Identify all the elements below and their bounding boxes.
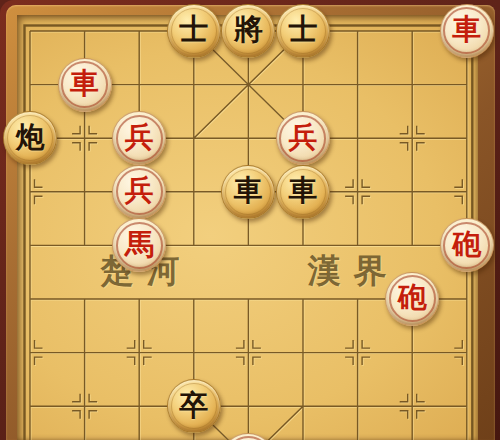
piece-red-general-partial[interactable]: 帥 (221, 433, 275, 440)
red-piece-glyph: 砲 (452, 230, 481, 259)
black-piece-glyph: 士 (288, 15, 317, 44)
red-piece-glyph: 兵 (125, 176, 154, 205)
piece-black-advisor-right[interactable]: 士 (276, 4, 330, 58)
black-piece-glyph: 將 (234, 15, 263, 44)
black-piece-glyph: 士 (179, 15, 208, 44)
black-piece-glyph: 炮 (15, 123, 44, 152)
piece-black-general[interactable]: 將 (221, 4, 275, 58)
red-piece-glyph: 兵 (125, 123, 154, 152)
piece-red-cannon-1[interactable]: 砲 (440, 218, 494, 272)
red-piece-glyph: 兵 (288, 123, 317, 152)
red-piece-glyph: 車 (452, 15, 481, 44)
black-piece-glyph: 車 (288, 176, 317, 205)
piece-red-chariot-1[interactable]: 車 (440, 4, 494, 58)
black-piece-glyph: 卒 (179, 391, 208, 420)
piece-red-cannon-2[interactable]: 砲 (385, 272, 439, 326)
red-piece-glyph: 車 (70, 69, 99, 98)
red-piece-glyph: 砲 (398, 283, 427, 312)
piece-red-soldier-1[interactable]: 兵 (112, 111, 166, 165)
piece-red-soldier-2[interactable]: 兵 (276, 111, 330, 165)
black-piece-glyph: 車 (234, 176, 263, 205)
piece-black-chariot-1[interactable]: 車 (221, 165, 275, 219)
piece-red-horse[interactable]: 馬 (112, 218, 166, 272)
red-piece-glyph: 馬 (125, 230, 154, 259)
piece-red-soldier-3[interactable]: 兵 (112, 165, 166, 219)
xiangqi-app-window: 楚河 漢界 士將士車車炮兵兵兵車車馬砲砲卒帥 (0, 0, 500, 440)
piece-red-chariot-2[interactable]: 車 (58, 58, 112, 112)
pieces-layer: 士將士車車炮兵兵兵車車馬砲砲卒帥 (3, 4, 494, 440)
piece-black-cannon[interactable]: 炮 (3, 111, 57, 165)
piece-black-chariot-2[interactable]: 車 (276, 165, 330, 219)
piece-black-advisor-left[interactable]: 士 (167, 4, 221, 58)
piece-black-soldier[interactable]: 卒 (167, 379, 221, 433)
